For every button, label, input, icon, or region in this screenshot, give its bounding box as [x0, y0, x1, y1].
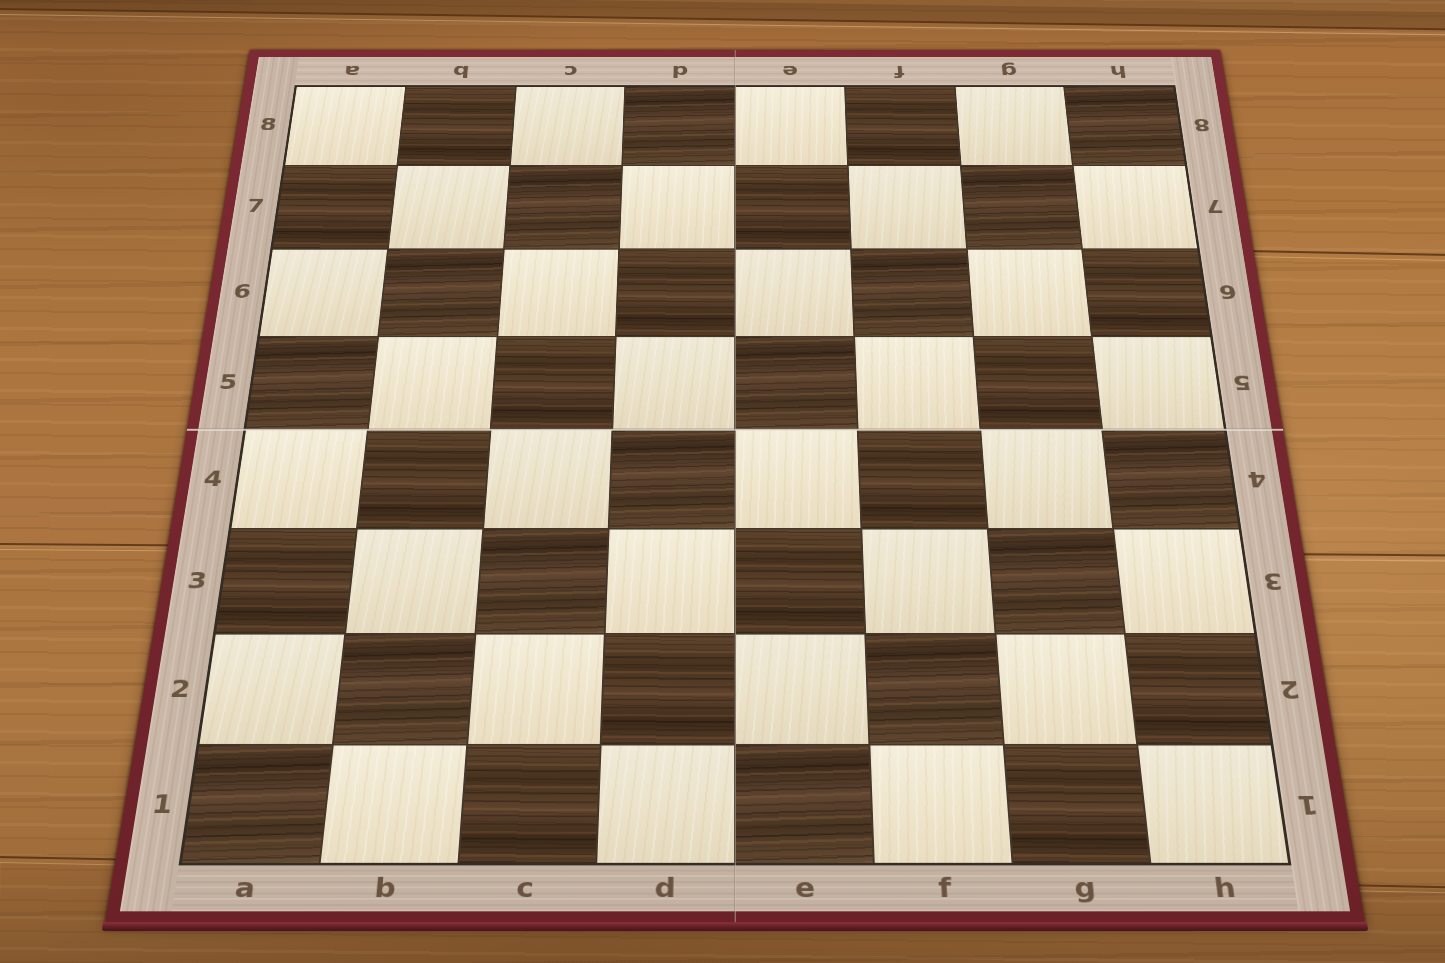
- rank-label-right-5: 5: [1231, 373, 1252, 393]
- square-e8[interactable]: [736, 87, 847, 165]
- square-b6[interactable]: [379, 249, 503, 336]
- file-label-top-c: c: [563, 63, 578, 79]
- square-b3[interactable]: [346, 529, 482, 632]
- square-f8[interactable]: [846, 87, 960, 165]
- square-b8[interactable]: [398, 87, 515, 165]
- rank-label-left-6: 6: [232, 282, 252, 301]
- square-h4[interactable]: [1103, 431, 1238, 528]
- file-label-top-e: e: [782, 63, 798, 79]
- rank-label-right-6: 6: [1218, 282, 1238, 301]
- rank-label-left-4: 4: [202, 468, 224, 489]
- square-e3[interactable]: [736, 529, 864, 632]
- rank-label-right-4: 4: [1246, 468, 1268, 489]
- square-f1[interactable]: [870, 746, 1011, 863]
- square-h7[interactable]: [1074, 166, 1197, 248]
- square-a8[interactable]: [285, 87, 405, 165]
- square-f6[interactable]: [852, 249, 973, 336]
- file-label-bottom-d: d: [654, 875, 676, 901]
- square-c7[interactable]: [504, 166, 621, 248]
- rank-label-left-3: 3: [186, 570, 208, 592]
- square-g2[interactable]: [996, 634, 1136, 744]
- file-label-bottom-h: h: [1213, 875, 1238, 901]
- square-e6[interactable]: [736, 249, 853, 336]
- square-g6[interactable]: [967, 249, 1091, 336]
- rank-label-left-2: 2: [169, 677, 192, 701]
- rank-label-right-7: 7: [1204, 197, 1224, 215]
- square-b4[interactable]: [358, 431, 490, 528]
- square-h5[interactable]: [1093, 337, 1224, 429]
- square-h6[interactable]: [1083, 249, 1210, 336]
- square-a3[interactable]: [216, 529, 356, 632]
- chessboard: aabbccddeeffgghh1122334455667788: [105, 50, 1365, 923]
- square-g7[interactable]: [961, 166, 1081, 248]
- square-e7[interactable]: [736, 166, 850, 248]
- rank-label-right-1: 1: [1296, 792, 1320, 817]
- file-label-bottom-e: e: [795, 875, 816, 901]
- square-c6[interactable]: [498, 249, 619, 336]
- square-c1[interactable]: [459, 746, 600, 863]
- square-f7[interactable]: [848, 166, 965, 248]
- square-a6[interactable]: [260, 249, 387, 336]
- square-c8[interactable]: [511, 87, 625, 165]
- square-b5[interactable]: [369, 337, 497, 429]
- rank-label-left-5: 5: [218, 373, 239, 393]
- square-f4[interactable]: [858, 431, 986, 528]
- square-d6[interactable]: [617, 249, 734, 336]
- square-g8[interactable]: [955, 87, 1072, 165]
- square-f5[interactable]: [855, 337, 979, 429]
- file-label-top-a: a: [343, 63, 361, 79]
- square-d2[interactable]: [602, 634, 734, 744]
- square-b7[interactable]: [389, 166, 509, 248]
- square-a1[interactable]: [182, 746, 332, 863]
- square-f2[interactable]: [866, 634, 1002, 744]
- square-a2[interactable]: [199, 634, 343, 744]
- square-d4[interactable]: [610, 431, 734, 528]
- rank-label-left-1: 1: [150, 792, 174, 817]
- square-e1[interactable]: [736, 746, 873, 863]
- square-g4[interactable]: [981, 431, 1113, 528]
- square-d1[interactable]: [597, 746, 734, 863]
- square-c3[interactable]: [476, 529, 608, 632]
- file-label-top-h: h: [1109, 63, 1128, 79]
- square-a7[interactable]: [273, 166, 396, 248]
- square-d7[interactable]: [620, 166, 734, 248]
- file-label-bottom-g: g: [1073, 875, 1097, 901]
- square-a5[interactable]: [246, 337, 377, 429]
- square-b1[interactable]: [320, 746, 465, 863]
- rank-label-left-7: 7: [246, 197, 266, 215]
- square-d3[interactable]: [606, 529, 734, 632]
- file-label-bottom-c: c: [515, 875, 534, 901]
- square-h3[interactable]: [1114, 529, 1254, 632]
- square-f3[interactable]: [862, 529, 994, 632]
- square-e2[interactable]: [736, 634, 868, 744]
- file-label-bottom-b: b: [373, 875, 397, 901]
- file-label-bottom-a: a: [233, 875, 257, 901]
- rank-label-left-8: 8: [259, 116, 278, 133]
- square-h8[interactable]: [1065, 87, 1185, 165]
- file-label-top-d: d: [672, 63, 689, 79]
- square-d8[interactable]: [623, 87, 734, 165]
- file-label-top-g: g: [1000, 63, 1018, 79]
- rank-label-right-3: 3: [1262, 570, 1284, 592]
- square-d5[interactable]: [613, 337, 734, 429]
- square-c5[interactable]: [491, 337, 615, 429]
- square-g3[interactable]: [988, 529, 1124, 632]
- square-h1[interactable]: [1138, 746, 1288, 863]
- square-h2[interactable]: [1126, 634, 1270, 744]
- fold-seam-vertical: [734, 50, 736, 923]
- square-e4[interactable]: [736, 431, 860, 528]
- square-a4[interactable]: [232, 431, 367, 528]
- square-e5[interactable]: [736, 337, 857, 429]
- file-label-bottom-f: f: [938, 875, 952, 901]
- square-g5[interactable]: [974, 337, 1102, 429]
- rank-label-right-2: 2: [1278, 677, 1301, 701]
- square-c4[interactable]: [484, 431, 612, 528]
- square-b2[interactable]: [334, 634, 474, 744]
- file-label-top-b: b: [452, 63, 470, 79]
- square-g1[interactable]: [1004, 746, 1149, 863]
- file-label-top-f: f: [894, 63, 905, 79]
- board-edge-maroon: aabbccddeeffgghh1122334455667788: [105, 50, 1365, 923]
- square-c2[interactable]: [468, 634, 604, 744]
- rank-label-right-8: 8: [1192, 116, 1211, 133]
